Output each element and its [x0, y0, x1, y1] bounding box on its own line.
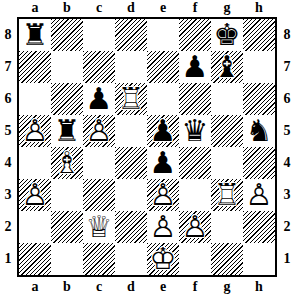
white-queen-piece[interactable]: ♛♕ [83, 211, 115, 243]
white-rook-piece[interactable]: ♜♖ [211, 179, 243, 211]
square-e3[interactable]: ♟♙ [147, 179, 179, 211]
square-a2[interactable] [19, 211, 51, 243]
file-labels-top: abcdefgh [19, 0, 275, 16]
square-c8[interactable] [83, 19, 115, 51]
white-pawn-piece[interactable]: ♟♙ [243, 179, 275, 211]
square-c3[interactable] [83, 179, 115, 211]
piece-glyph: ♜ [51, 115, 83, 147]
black-rook-piece[interactable]: ♜♜ [19, 19, 51, 51]
rank-label-8: 8 [0, 19, 16, 51]
square-g1[interactable] [211, 243, 243, 275]
square-c1[interactable] [83, 243, 115, 275]
square-f2[interactable]: ♟♙ [179, 211, 211, 243]
square-a5[interactable]: ♟♙ [19, 115, 51, 147]
square-e5[interactable]: ♟♟ [147, 115, 179, 147]
square-d8[interactable] [115, 19, 147, 51]
square-f7[interactable]: ♟♟ [179, 51, 211, 83]
white-rook-piece[interactable]: ♜♖ [115, 83, 147, 115]
rank-label-2: 2 [279, 211, 295, 243]
black-knight-piece[interactable]: ♞♞ [243, 115, 275, 147]
piece-glyph: ♙ [19, 115, 51, 147]
file-label-e: e [147, 279, 179, 295]
white-pawn-piece[interactable]: ♟♙ [19, 115, 51, 147]
file-label-d: d [115, 279, 147, 295]
square-e4[interactable]: ♟♟ [147, 147, 179, 179]
file-label-a: a [19, 279, 51, 295]
rank-label-4: 4 [0, 147, 16, 179]
square-e1[interactable]: ♚♔ [147, 243, 179, 275]
rank-label-7: 7 [279, 51, 295, 83]
square-e8[interactable] [147, 19, 179, 51]
piece-glyph: ♙ [83, 115, 115, 147]
square-b1[interactable] [51, 243, 83, 275]
piece-glyph: ♙ [147, 211, 179, 243]
black-pawn-piece[interactable]: ♟♟ [83, 83, 115, 115]
piece-glyph: ♕ [83, 211, 115, 243]
square-f3[interactable] [179, 179, 211, 211]
black-rook-piece[interactable]: ♜♜ [51, 115, 83, 147]
file-label-f: f [179, 0, 211, 16]
file-label-f: f [179, 279, 211, 295]
piece-glyph: ♗ [51, 147, 83, 179]
black-pawn-piece[interactable]: ♟♟ [147, 115, 179, 147]
piece-glyph: ♟ [147, 147, 179, 179]
file-label-d: d [115, 0, 147, 16]
white-pawn-piece[interactable]: ♟♙ [147, 179, 179, 211]
piece-glyph: ♞ [243, 115, 275, 147]
square-g8[interactable]: ♚♚ [211, 19, 243, 51]
square-b7[interactable] [51, 51, 83, 83]
square-a8[interactable]: ♜♜ [19, 19, 51, 51]
piece-glyph: ♟ [83, 83, 115, 115]
file-label-g: g [211, 0, 243, 16]
square-g4[interactable] [211, 147, 243, 179]
black-king-piece[interactable]: ♚♚ [211, 19, 243, 51]
square-e7[interactable] [147, 51, 179, 83]
black-pawn-piece[interactable]: ♟♟ [179, 51, 211, 83]
rank-label-1: 1 [279, 243, 295, 275]
rank-label-1: 1 [0, 243, 16, 275]
piece-glyph: ♟ [147, 115, 179, 147]
piece-glyph: ♙ [19, 179, 51, 211]
chess-diagram: abcdefgh 87654321 ♜♜♚♚♟♟♝♝♟♟♜♖♟♙♜♜♟♙♟♟♛♛… [0, 0, 295, 295]
square-a1[interactable] [19, 243, 51, 275]
square-g3[interactable]: ♜♖ [211, 179, 243, 211]
square-e6[interactable] [147, 83, 179, 115]
square-b3[interactable] [51, 179, 83, 211]
square-d1[interactable] [115, 243, 147, 275]
rank-label-5: 5 [279, 115, 295, 147]
file-label-c: c [83, 0, 115, 16]
square-h3[interactable]: ♟♙ [243, 179, 275, 211]
square-h7[interactable] [243, 51, 275, 83]
file-label-g: g [211, 279, 243, 295]
rank-label-2: 2 [0, 211, 16, 243]
square-g6[interactable] [211, 83, 243, 115]
square-d6[interactable]: ♜♖ [115, 83, 147, 115]
square-b8[interactable] [51, 19, 83, 51]
file-label-a: a [19, 0, 51, 16]
square-d2[interactable] [115, 211, 147, 243]
white-pawn-piece[interactable]: ♟♙ [83, 115, 115, 147]
piece-glyph: ♖ [115, 83, 147, 115]
white-king-piece[interactable]: ♚♔ [147, 243, 179, 275]
square-b6[interactable] [51, 83, 83, 115]
square-d4[interactable] [115, 147, 147, 179]
file-label-b: b [51, 279, 83, 295]
file-label-b: b [51, 0, 83, 16]
white-pawn-piece[interactable]: ♟♙ [19, 179, 51, 211]
file-label-c: c [83, 279, 115, 295]
white-bishop-piece[interactable]: ♝♗ [51, 147, 83, 179]
square-c4[interactable] [83, 147, 115, 179]
rank-label-4: 4 [279, 147, 295, 179]
square-h6[interactable] [243, 83, 275, 115]
piece-glyph: ♙ [243, 179, 275, 211]
black-queen-piece[interactable]: ♛♛ [179, 115, 211, 147]
square-d3[interactable] [115, 179, 147, 211]
white-pawn-piece[interactable]: ♟♙ [147, 211, 179, 243]
board: ♜♜♚♚♟♟♝♝♟♟♜♖♟♙♜♜♟♙♟♟♛♛♞♞♝♗♟♟♟♙♟♙♜♖♟♙♛♕♟♙… [17, 17, 277, 277]
piece-glyph: ♜ [19, 19, 51, 51]
rank-labels-left: 87654321 [0, 19, 16, 275]
square-c5[interactable]: ♟♙ [83, 115, 115, 147]
square-c6[interactable]: ♟♟ [83, 83, 115, 115]
square-g7[interactable]: ♝♝ [211, 51, 243, 83]
square-a3[interactable]: ♟♙ [19, 179, 51, 211]
square-h4[interactable] [243, 147, 275, 179]
square-f6[interactable] [179, 83, 211, 115]
rank-label-5: 5 [0, 115, 16, 147]
piece-glyph: ♚ [211, 19, 243, 51]
square-g5[interactable] [211, 115, 243, 147]
square-d5[interactable] [115, 115, 147, 147]
piece-glyph: ♔ [147, 243, 179, 275]
square-h5[interactable]: ♞♞ [243, 115, 275, 147]
rank-label-3: 3 [0, 179, 16, 211]
square-b5[interactable]: ♜♜ [51, 115, 83, 147]
rank-label-8: 8 [279, 19, 295, 51]
square-c2[interactable]: ♛♕ [83, 211, 115, 243]
file-label-h: h [243, 0, 275, 16]
piece-glyph: ♛ [179, 115, 211, 147]
square-h1[interactable] [243, 243, 275, 275]
square-d7[interactable] [115, 51, 147, 83]
rank-label-7: 7 [0, 51, 16, 83]
rank-label-3: 3 [279, 179, 295, 211]
square-c7[interactable] [83, 51, 115, 83]
file-label-e: e [147, 0, 179, 16]
piece-glyph: ♝ [211, 51, 243, 83]
square-a6[interactable] [19, 83, 51, 115]
square-f8[interactable] [179, 19, 211, 51]
black-pawn-piece[interactable]: ♟♟ [147, 147, 179, 179]
square-g2[interactable] [211, 211, 243, 243]
piece-glyph: ♙ [179, 211, 211, 243]
rank-label-6: 6 [0, 83, 16, 115]
rank-label-6: 6 [279, 83, 295, 115]
square-e2[interactable]: ♟♙ [147, 211, 179, 243]
file-label-h: h [243, 279, 275, 295]
rank-labels-right: 87654321 [279, 19, 295, 275]
square-f1[interactable] [179, 243, 211, 275]
square-f5[interactable]: ♛♛ [179, 115, 211, 147]
square-b4[interactable]: ♝♗ [51, 147, 83, 179]
piece-glyph: ♙ [147, 179, 179, 211]
square-h8[interactable] [243, 19, 275, 51]
piece-glyph: ♟ [179, 51, 211, 83]
square-a7[interactable] [19, 51, 51, 83]
square-a4[interactable] [19, 147, 51, 179]
square-h2[interactable] [243, 211, 275, 243]
file-labels-bottom: abcdefgh [19, 279, 275, 295]
white-pawn-piece[interactable]: ♟♙ [179, 211, 211, 243]
black-bishop-piece[interactable]: ♝♝ [211, 51, 243, 83]
square-b2[interactable] [51, 211, 83, 243]
square-f4[interactable] [179, 147, 211, 179]
piece-glyph: ♖ [211, 179, 243, 211]
